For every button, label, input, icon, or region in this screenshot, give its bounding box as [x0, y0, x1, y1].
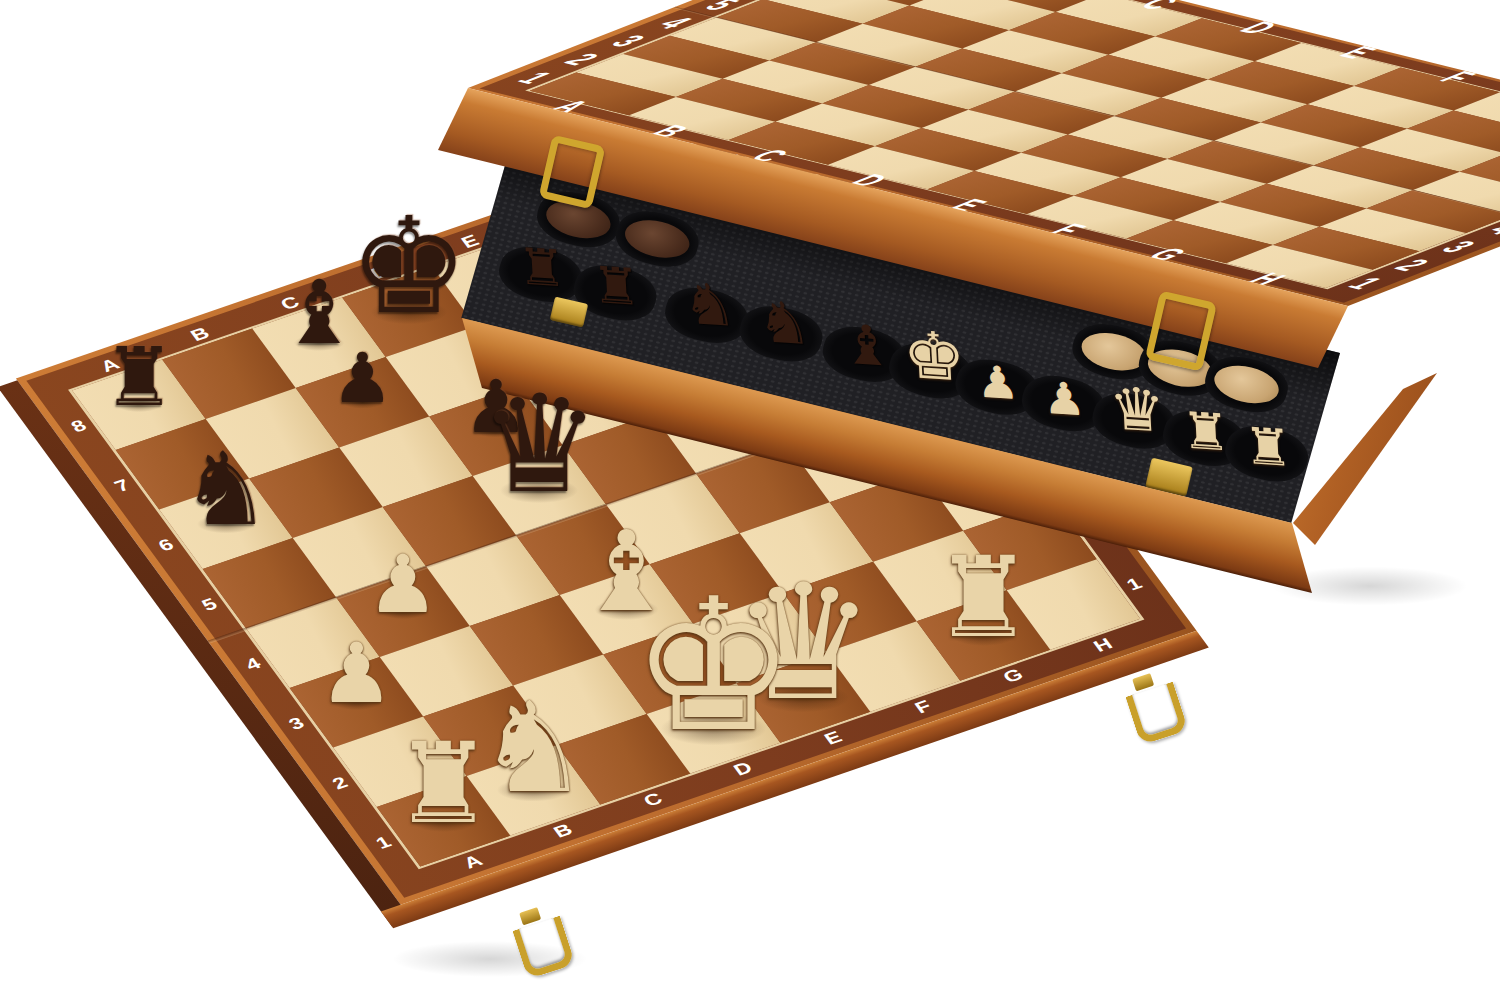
stored-light-pawn[interactable]: ♟	[1042, 376, 1087, 423]
stored-dark-bishop[interactable]: ♝	[839, 316, 895, 374]
stored-dark-rook[interactable]: ♜	[591, 259, 642, 313]
stored-dark-knight[interactable]: ♞	[680, 275, 738, 335]
stored-light-queen[interactable]: ♛	[1107, 379, 1167, 442]
stored-light-pawn[interactable]: ♟	[976, 360, 1021, 407]
chess-set-product-photo: AABBCCDDEEFFGGHH1122334455667788 ♜♜♞♞♝♚♟…	[0, 0, 1500, 996]
board-clasp-loop-icon[interactable]	[1125, 682, 1188, 746]
board-shadow	[360, 935, 620, 983]
stored-light-rook[interactable]: ♜	[1243, 420, 1294, 474]
stored-dark-knight[interactable]: ♞	[755, 294, 813, 354]
stored-dark-rook[interactable]: ♜	[517, 241, 568, 295]
